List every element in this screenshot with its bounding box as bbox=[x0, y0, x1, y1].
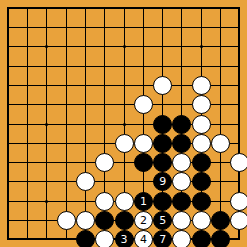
intersection-c11-r7[interactable] bbox=[192, 114, 211, 133]
intersection-c10-r11[interactable] bbox=[172, 192, 191, 211]
intersection-c12-r11[interactable] bbox=[211, 192, 230, 211]
intersection-c8-r1[interactable] bbox=[134, 0, 153, 18]
intersection-c11-r4[interactable] bbox=[192, 57, 211, 76]
intersection-c13-r9[interactable] bbox=[230, 153, 247, 172]
intersection-c10-r1[interactable] bbox=[172, 0, 191, 18]
intersection-c5-r8[interactable] bbox=[76, 134, 95, 153]
intersection-c2-r10[interactable] bbox=[18, 172, 37, 191]
intersection-c13-r7[interactable] bbox=[230, 114, 247, 133]
intersection-c2-r9[interactable] bbox=[18, 153, 37, 172]
intersection-c9-r3[interactable] bbox=[153, 37, 172, 56]
intersection-c4-r7[interactable] bbox=[57, 114, 76, 133]
intersection-c3-r5[interactable] bbox=[37, 76, 56, 95]
intersection-c3-r3[interactable] bbox=[37, 37, 56, 56]
white-stone bbox=[134, 95, 153, 114]
intersection-c10-r5[interactable] bbox=[172, 76, 191, 95]
intersection-c4-r9[interactable] bbox=[57, 153, 76, 172]
intersection-c10-r7[interactable] bbox=[172, 114, 191, 133]
move-number-label: 2 bbox=[140, 215, 147, 226]
star-point bbox=[123, 123, 126, 126]
star-point bbox=[45, 200, 48, 203]
intersection-c8-r3[interactable] bbox=[134, 37, 153, 56]
intersection-c5-r5[interactable] bbox=[76, 76, 95, 95]
black-stone bbox=[153, 134, 172, 153]
intersection-c11-r10[interactable] bbox=[192, 172, 211, 191]
intersection-c7-r10[interactable] bbox=[114, 172, 133, 191]
intersection-c5-r7[interactable] bbox=[76, 114, 95, 133]
intersection-c7-r3[interactable] bbox=[114, 37, 133, 56]
white-stone bbox=[230, 211, 247, 230]
intersection-c5-r3[interactable] bbox=[76, 37, 95, 56]
intersection-c2-r4[interactable] bbox=[18, 57, 37, 76]
black-stone bbox=[76, 230, 95, 247]
intersection-c9-r2[interactable] bbox=[153, 18, 172, 37]
intersection-c4-r10[interactable] bbox=[57, 172, 76, 191]
intersection-c7-r6[interactable] bbox=[114, 95, 133, 114]
intersection-c7-r12[interactable] bbox=[114, 211, 133, 230]
white-stone bbox=[95, 192, 114, 211]
intersection-c13-r3[interactable] bbox=[230, 37, 247, 56]
intersection-c5-r10[interactable] bbox=[76, 172, 95, 191]
intersection-c13-r12[interactable] bbox=[230, 211, 247, 230]
white-stone bbox=[115, 134, 134, 153]
intersection-c6-r6[interactable] bbox=[95, 95, 114, 114]
intersection-c11-r12[interactable] bbox=[192, 211, 211, 230]
intersection-c3-r6[interactable] bbox=[37, 95, 56, 114]
intersection-c9-r9[interactable] bbox=[153, 153, 172, 172]
white-stone bbox=[192, 134, 211, 153]
intersection-c1-r2[interactable] bbox=[0, 18, 18, 37]
star-point bbox=[200, 45, 203, 48]
white-stone bbox=[115, 192, 134, 211]
intersection-c8-r4[interactable] bbox=[134, 57, 153, 76]
white-stone bbox=[76, 172, 95, 191]
intersection-c2-r13[interactable] bbox=[18, 230, 37, 247]
intersection-c4-r4[interactable] bbox=[57, 57, 76, 76]
intersection-c11-r9[interactable] bbox=[192, 153, 211, 172]
black-stone bbox=[134, 153, 153, 172]
white-stone bbox=[211, 134, 230, 153]
intersection-c8-r12[interactable]: 2 bbox=[134, 211, 153, 230]
intersection-c6-r13[interactable] bbox=[95, 230, 114, 247]
black-stone bbox=[172, 134, 191, 153]
intersection-c12-r4[interactable] bbox=[211, 57, 230, 76]
black-stone: 3 bbox=[115, 230, 134, 247]
intersection-c4-r13[interactable] bbox=[57, 230, 76, 247]
intersection-c12-r5[interactable] bbox=[211, 76, 230, 95]
intersection-c1-r6[interactable] bbox=[0, 95, 18, 114]
intersection-c12-r2[interactable] bbox=[211, 18, 230, 37]
intersection-c11-r8[interactable] bbox=[192, 134, 211, 153]
white-stone bbox=[192, 95, 211, 114]
white-stone bbox=[230, 192, 247, 211]
intersection-c6-r7[interactable] bbox=[95, 114, 114, 133]
intersection-c1-r4[interactable] bbox=[0, 57, 18, 76]
intersection-c12-r6[interactable] bbox=[211, 95, 230, 114]
intersection-c5-r4[interactable] bbox=[76, 57, 95, 76]
intersection-c3-r4[interactable] bbox=[37, 57, 56, 76]
intersection-c3-r11[interactable] bbox=[37, 192, 56, 211]
intersection-c6-r2[interactable] bbox=[95, 18, 114, 37]
intersection-c2-r7[interactable] bbox=[18, 114, 37, 133]
intersection-c13-r8[interactable] bbox=[230, 134, 247, 153]
black-stone bbox=[172, 192, 191, 211]
intersection-c1-r9[interactable] bbox=[0, 153, 18, 172]
intersection-c13-r13[interactable] bbox=[230, 230, 247, 247]
black-stone bbox=[192, 192, 211, 211]
white-stone bbox=[95, 153, 114, 172]
white-stone bbox=[192, 76, 211, 95]
intersection-c9-r13[interactable]: 7 bbox=[153, 230, 172, 247]
intersection-c7-r9[interactable] bbox=[114, 153, 133, 172]
intersection-c7-r7[interactable] bbox=[114, 114, 133, 133]
intersection-c12-r1[interactable] bbox=[211, 0, 230, 18]
star-point bbox=[123, 45, 126, 48]
intersection-c8-r10[interactable] bbox=[134, 172, 153, 191]
black-stone: 5 bbox=[153, 211, 172, 230]
intersection-c5-r11[interactable] bbox=[76, 192, 95, 211]
black-stone bbox=[115, 211, 134, 230]
star-point bbox=[45, 123, 48, 126]
white-stone bbox=[57, 211, 76, 230]
go-board: 9125347 bbox=[0, 0, 247, 247]
intersection-c9-r7[interactable] bbox=[153, 114, 172, 133]
intersection-c12-r3[interactable] bbox=[211, 37, 230, 56]
black-stone bbox=[192, 172, 211, 191]
intersection-c11-r5[interactable] bbox=[192, 76, 211, 95]
intersection-c11-r13[interactable] bbox=[192, 230, 211, 247]
black-stone: 7 bbox=[153, 230, 172, 247]
intersection-c3-r10[interactable] bbox=[37, 172, 56, 191]
intersection-c2-r2[interactable] bbox=[18, 18, 37, 37]
white-stone bbox=[134, 134, 153, 153]
star-point bbox=[45, 45, 48, 48]
intersection-c1-r3[interactable] bbox=[0, 37, 18, 56]
go-board-diagram: 9125347 bbox=[0, 0, 247, 247]
intersection-c5-r12[interactable] bbox=[76, 211, 95, 230]
black-stone bbox=[153, 192, 172, 211]
intersection-c3-r13[interactable] bbox=[37, 230, 56, 247]
black-stone bbox=[211, 230, 230, 247]
black-stone bbox=[153, 115, 172, 134]
intersection-c2-r12[interactable] bbox=[18, 211, 37, 230]
intersection-c11-r11[interactable] bbox=[192, 192, 211, 211]
intersection-c1-r13[interactable] bbox=[0, 230, 18, 247]
intersection-c4-r12[interactable] bbox=[57, 211, 76, 230]
intersection-c10-r6[interactable] bbox=[172, 95, 191, 114]
intersection-c3-r2[interactable] bbox=[37, 18, 56, 37]
move-number-label: 1 bbox=[140, 196, 147, 207]
intersection-c11-r2[interactable] bbox=[192, 18, 211, 37]
intersection-c10-r13[interactable] bbox=[172, 230, 191, 247]
intersection-c12-r7[interactable] bbox=[211, 114, 230, 133]
intersection-c8-r5[interactable] bbox=[134, 76, 153, 95]
intersection-c3-r1[interactable] bbox=[37, 0, 56, 18]
intersection-c4-r5[interactable] bbox=[57, 76, 76, 95]
white-stone bbox=[76, 211, 95, 230]
white-stone bbox=[192, 211, 211, 230]
intersection-c9-r12[interactable]: 5 bbox=[153, 211, 172, 230]
intersection-c9-r11[interactable] bbox=[153, 192, 172, 211]
intersection-c5-r6[interactable] bbox=[76, 95, 95, 114]
intersection-c1-r7[interactable] bbox=[0, 114, 18, 133]
intersection-c7-r8[interactable] bbox=[114, 134, 133, 153]
intersection-c11-r1[interactable] bbox=[192, 0, 211, 18]
intersection-c7-r1[interactable] bbox=[114, 0, 133, 18]
intersection-c12-r12[interactable] bbox=[211, 211, 230, 230]
intersection-c10-r4[interactable] bbox=[172, 57, 191, 76]
intersection-c5-r1[interactable] bbox=[76, 0, 95, 18]
intersection-c9-r10[interactable]: 9 bbox=[153, 172, 172, 191]
white-stone bbox=[230, 153, 247, 172]
black-stone bbox=[192, 153, 211, 172]
move-number-label: 3 bbox=[121, 234, 128, 245]
white-stone bbox=[172, 230, 191, 247]
intersection-c10-r12[interactable] bbox=[172, 211, 191, 230]
intersection-c10-r8[interactable] bbox=[172, 134, 191, 153]
intersection-c7-r4[interactable] bbox=[114, 57, 133, 76]
intersection-c1-r5[interactable] bbox=[0, 76, 18, 95]
move-number-label: 9 bbox=[159, 176, 166, 187]
intersection-c2-r8[interactable] bbox=[18, 134, 37, 153]
intersection-c7-r2[interactable] bbox=[114, 18, 133, 37]
intersection-c5-r9[interactable] bbox=[76, 153, 95, 172]
board-grid: 9125347 bbox=[0, 0, 247, 247]
white-stone bbox=[95, 230, 114, 247]
intersection-c1-r10[interactable] bbox=[0, 172, 18, 191]
intersection-c11-r6[interactable] bbox=[192, 95, 211, 114]
white-stone bbox=[172, 153, 191, 172]
intersection-c1-r1[interactable] bbox=[0, 0, 18, 18]
black-stone: 1 bbox=[134, 192, 153, 211]
intersection-c8-r13[interactable]: 4 bbox=[134, 230, 153, 247]
white-stone bbox=[172, 172, 191, 191]
move-number-label: 5 bbox=[159, 215, 166, 226]
intersection-c13-r11[interactable] bbox=[230, 192, 247, 211]
white-stone bbox=[153, 76, 172, 95]
intersection-c1-r11[interactable] bbox=[0, 192, 18, 211]
intersection-c6-r4[interactable] bbox=[95, 57, 114, 76]
intersection-c10-r10[interactable] bbox=[172, 172, 191, 191]
white-stone bbox=[172, 211, 191, 230]
intersection-c12-r13[interactable] bbox=[211, 230, 230, 247]
intersection-c9-r5[interactable] bbox=[153, 76, 172, 95]
intersection-c2-r3[interactable] bbox=[18, 37, 37, 56]
intersection-c4-r2[interactable] bbox=[57, 18, 76, 37]
black-stone bbox=[153, 153, 172, 172]
intersection-c6-r12[interactable] bbox=[95, 211, 114, 230]
black-stone bbox=[192, 230, 211, 247]
intersection-c3-r9[interactable] bbox=[37, 153, 56, 172]
intersection-c6-r11[interactable] bbox=[95, 192, 114, 211]
intersection-c7-r5[interactable] bbox=[114, 76, 133, 95]
intersection-c2-r6[interactable] bbox=[18, 95, 37, 114]
intersection-c7-r11[interactable] bbox=[114, 192, 133, 211]
black-stone bbox=[172, 115, 191, 134]
intersection-c6-r3[interactable] bbox=[95, 37, 114, 56]
intersection-c5-r13[interactable] bbox=[76, 230, 95, 247]
intersection-c4-r6[interactable] bbox=[57, 95, 76, 114]
black-stone bbox=[211, 211, 230, 230]
white-stone: 2 bbox=[134, 211, 153, 230]
intersection-c8-r9[interactable] bbox=[134, 153, 153, 172]
intersection-c5-r2[interactable] bbox=[76, 18, 95, 37]
move-number-label: 4 bbox=[140, 234, 147, 245]
intersection-c13-r4[interactable] bbox=[230, 57, 247, 76]
intersection-c2-r5[interactable] bbox=[18, 76, 37, 95]
intersection-c13-r2[interactable] bbox=[230, 18, 247, 37]
intersection-c13-r6[interactable] bbox=[230, 95, 247, 114]
intersection-c9-r6[interactable] bbox=[153, 95, 172, 114]
intersection-c12-r8[interactable] bbox=[211, 134, 230, 153]
intersection-c4-r3[interactable] bbox=[57, 37, 76, 56]
intersection-c8-r6[interactable] bbox=[134, 95, 153, 114]
intersection-c9-r4[interactable] bbox=[153, 57, 172, 76]
intersection-c8-r8[interactable] bbox=[134, 134, 153, 153]
intersection-c1-r8[interactable] bbox=[0, 134, 18, 153]
intersection-c7-r13[interactable]: 3 bbox=[114, 230, 133, 247]
intersection-c4-r8[interactable] bbox=[57, 134, 76, 153]
intersection-c9-r8[interactable] bbox=[153, 134, 172, 153]
intersection-c12-r9[interactable] bbox=[211, 153, 230, 172]
intersection-c13-r5[interactable] bbox=[230, 76, 247, 95]
black-stone: 9 bbox=[153, 172, 172, 191]
intersection-c4-r11[interactable] bbox=[57, 192, 76, 211]
intersection-c6-r5[interactable] bbox=[95, 76, 114, 95]
intersection-c8-r2[interactable] bbox=[134, 18, 153, 37]
intersection-c12-r10[interactable] bbox=[211, 172, 230, 191]
move-number-label: 7 bbox=[159, 234, 166, 245]
intersection-c3-r12[interactable] bbox=[37, 211, 56, 230]
intersection-c13-r10[interactable] bbox=[230, 172, 247, 191]
intersection-c2-r11[interactable] bbox=[18, 192, 37, 211]
intersection-c4-r1[interactable] bbox=[57, 0, 76, 18]
intersection-c13-r1[interactable] bbox=[230, 0, 247, 18]
intersection-c8-r7[interactable] bbox=[134, 114, 153, 133]
intersection-c2-r1[interactable] bbox=[18, 0, 37, 18]
intersection-c6-r9[interactable] bbox=[95, 153, 114, 172]
black-stone bbox=[95, 211, 114, 230]
intersection-c1-r12[interactable] bbox=[0, 211, 18, 230]
white-stone bbox=[192, 115, 211, 134]
intersection-c6-r10[interactable] bbox=[95, 172, 114, 191]
intersection-c3-r7[interactable] bbox=[37, 114, 56, 133]
white-stone: 4 bbox=[134, 230, 153, 247]
intersection-c9-r1[interactable] bbox=[153, 0, 172, 18]
intersection-c10-r2[interactable] bbox=[172, 18, 191, 37]
intersection-c3-r8[interactable] bbox=[37, 134, 56, 153]
intersection-c10-r9[interactable] bbox=[172, 153, 191, 172]
intersection-c11-r3[interactable] bbox=[192, 37, 211, 56]
intersection-c6-r1[interactable] bbox=[95, 0, 114, 18]
intersection-c8-r11[interactable]: 1 bbox=[134, 192, 153, 211]
intersection-c6-r8[interactable] bbox=[95, 134, 114, 153]
intersection-c10-r3[interactable] bbox=[172, 37, 191, 56]
